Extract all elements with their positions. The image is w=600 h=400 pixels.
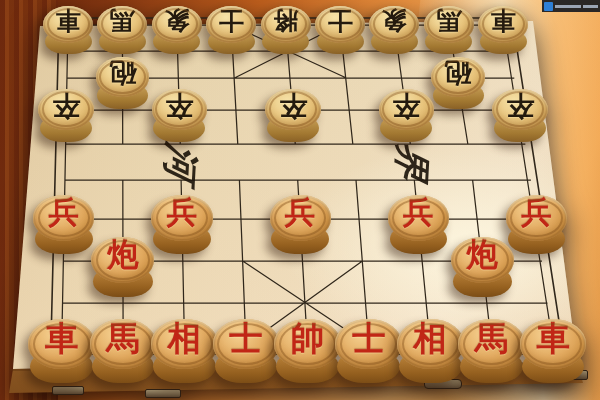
watermark-text-blur	[555, 5, 581, 8]
piece-character: 馬	[110, 8, 135, 33]
piece-face: 將	[261, 6, 311, 43]
piece-character: 馬	[436, 8, 461, 33]
piece-black-soldier[interactable]: 卒	[152, 89, 208, 142]
piece-red-advisor[interactable]: 士	[213, 319, 280, 383]
piece-character: 帥	[291, 322, 324, 355]
piece-black-cannon[interactable]: 砲	[96, 57, 150, 109]
piece-face: 象	[369, 6, 419, 43]
piece-character: 馬	[475, 322, 508, 355]
piece-black-chariot[interactable]: 車	[43, 6, 93, 54]
piece-face: 馬	[97, 6, 147, 43]
piece-red-advisor[interactable]: 士	[335, 319, 402, 383]
piece-face: 卒	[152, 89, 208, 130]
piece-red-soldier[interactable]: 兵	[506, 195, 567, 254]
xiangqi-board[interactable]: 河 界 車馬象士將士象馬車砲砲卒卒卒卒卒兵兵兵兵兵炮炮車馬相士帥士相馬車	[0, 0, 600, 400]
piece-face: 馬	[424, 6, 474, 43]
piece-face: 兵	[33, 195, 94, 240]
piece-face: 炮	[451, 237, 514, 284]
piece-face: 兵	[388, 195, 449, 240]
piece-red-soldier[interactable]: 兵	[33, 195, 94, 254]
piece-black-chariot[interactable]: 車	[478, 6, 528, 54]
xiangqi-scene: 河 界 車馬象士將士象馬車砲砲卒卒卒卒卒兵兵兵兵兵炮炮車馬相士帥士相馬車	[0, 0, 600, 400]
piece-red-elephant[interactable]: 相	[151, 319, 218, 383]
piece-face: 卒	[265, 89, 321, 130]
piece-red-general[interactable]: 帥	[274, 319, 341, 383]
piece-face: 車	[478, 6, 528, 43]
piece-character: 馬	[106, 322, 139, 355]
piece-character: 車	[536, 322, 569, 355]
piece-black-advisor[interactable]: 士	[206, 6, 256, 54]
piece-red-cannon[interactable]: 炮	[91, 237, 154, 297]
piece-red-soldier[interactable]: 兵	[388, 195, 449, 254]
blue-logo-icon	[544, 2, 553, 11]
piece-black-advisor[interactable]: 士	[315, 6, 365, 54]
piece-character: 卒	[165, 91, 193, 119]
piece-face: 相	[151, 319, 218, 368]
river-label-right: 界	[393, 139, 432, 184]
piece-character: 兵	[403, 198, 434, 229]
piece-black-soldier[interactable]: 卒	[38, 89, 94, 142]
piece-black-elephant[interactable]: 象	[152, 6, 202, 54]
piece-black-soldier[interactable]: 卒	[379, 89, 435, 142]
piece-character: 兵	[167, 198, 198, 229]
piece-face: 士	[315, 6, 365, 43]
piece-face: 砲	[96, 57, 150, 97]
piece-character: 士	[229, 322, 262, 355]
piece-face: 帥	[274, 319, 341, 368]
piece-red-cannon[interactable]: 炮	[451, 237, 514, 297]
piece-red-horse[interactable]: 馬	[90, 319, 157, 383]
piece-character: 卒	[279, 91, 307, 119]
piece-character: 相	[168, 322, 201, 355]
piece-face: 兵	[270, 195, 331, 240]
piece-red-elephant[interactable]: 相	[397, 319, 464, 383]
piece-black-elephant[interactable]: 象	[369, 6, 419, 54]
piece-character: 兵	[285, 198, 316, 229]
piece-black-cannon[interactable]: 砲	[431, 57, 485, 109]
piece-red-chariot[interactable]: 車	[28, 319, 95, 383]
piece-character: 卒	[52, 91, 80, 119]
piece-character: 車	[491, 8, 516, 33]
piece-face: 砲	[431, 57, 485, 97]
piece-character: 炮	[107, 239, 138, 270]
piece-black-horse[interactable]: 馬	[97, 6, 147, 54]
piece-red-soldier[interactable]: 兵	[270, 195, 331, 254]
piece-character: 車	[56, 8, 81, 33]
piece-face: 車	[28, 319, 95, 368]
piece-face: 士	[206, 6, 256, 43]
piece-black-soldier[interactable]: 卒	[492, 89, 548, 142]
piece-face: 相	[397, 319, 464, 368]
piece-face: 象	[152, 6, 202, 43]
piece-face: 卒	[379, 89, 435, 130]
piece-character: 卒	[506, 91, 534, 119]
piece-character: 砲	[109, 59, 136, 86]
piece-face: 卒	[38, 89, 94, 130]
piece-face: 兵	[506, 195, 567, 240]
watermark	[542, 0, 600, 12]
piece-black-general[interactable]: 將	[261, 6, 311, 54]
watermark-text-blur	[583, 5, 598, 8]
piece-face: 馬	[90, 319, 157, 368]
piece-character: 象	[164, 8, 189, 33]
piece-character: 砲	[445, 59, 472, 86]
piece-character: 車	[45, 322, 78, 355]
piece-face: 士	[213, 319, 280, 368]
piece-character: 士	[352, 322, 385, 355]
piece-face: 馬	[458, 319, 525, 368]
piece-face: 車	[520, 319, 587, 368]
piece-character: 士	[219, 8, 244, 33]
piece-character: 士	[328, 8, 353, 33]
piece-character: 炮	[466, 239, 497, 270]
piece-face: 卒	[492, 89, 548, 130]
piece-character: 相	[414, 322, 447, 355]
piece-black-soldier[interactable]: 卒	[265, 89, 321, 142]
piece-red-chariot[interactable]: 車	[520, 319, 587, 383]
piece-character: 兵	[521, 198, 552, 229]
piece-face: 車	[43, 6, 93, 43]
piece-face: 士	[335, 319, 402, 368]
piece-character: 將	[273, 8, 298, 33]
piece-character: 卒	[392, 91, 420, 119]
piece-character: 象	[382, 8, 407, 33]
piece-character: 兵	[49, 198, 80, 229]
piece-face: 兵	[151, 195, 212, 240]
piece-red-horse[interactable]: 馬	[458, 319, 525, 383]
piece-black-horse[interactable]: 馬	[424, 6, 474, 54]
piece-red-soldier[interactable]: 兵	[151, 195, 212, 254]
